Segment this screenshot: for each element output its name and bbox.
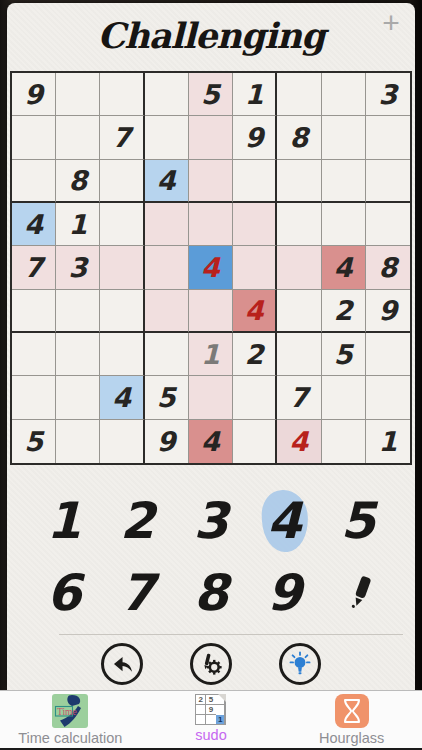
cell-digit: 7	[290, 382, 309, 413]
cell-r6c7[interactable]	[277, 290, 321, 333]
undo-arrow-icon	[109, 651, 135, 677]
cell-r8c7[interactable]: 7	[277, 376, 321, 419]
cell-r9c5[interactable]: 4	[189, 420, 233, 463]
cell-digit: 7	[112, 122, 131, 153]
cell-r5c3[interactable]	[100, 246, 144, 289]
cell-r4c7[interactable]	[277, 203, 321, 246]
sudo-icon-cell	[216, 705, 226, 715]
toolbar	[7, 643, 415, 687]
cell-r2c1[interactable]	[12, 116, 56, 159]
cell-r3c5[interactable]	[189, 160, 233, 203]
cell-r5c7[interactable]	[277, 246, 321, 289]
cell-digit: 5	[201, 79, 220, 110]
cell-r7c8[interactable]: 5	[322, 333, 366, 376]
cell-r9c4[interactable]: 9	[145, 420, 189, 463]
pad-digit-label: 8	[194, 564, 229, 622]
cell-r8c1[interactable]	[12, 376, 56, 419]
cell-r8c4[interactable]: 5	[145, 376, 189, 419]
cell-r3c6[interactable]	[233, 160, 277, 203]
cell-r3c3[interactable]	[100, 160, 144, 203]
number-pad-row-2: 6789	[35, 559, 387, 627]
pad-digit-label: 9	[267, 564, 302, 622]
cell-r3c1[interactable]	[12, 160, 56, 203]
auto-pencil-button[interactable]	[190, 643, 232, 685]
cell-r9c6[interactable]	[233, 420, 277, 463]
cell-r6c5[interactable]	[189, 290, 233, 333]
cell-r2c7[interactable]: 8	[277, 116, 321, 159]
cell-digit: 2	[245, 339, 264, 370]
pad-digit-9[interactable]: 9	[256, 559, 314, 627]
cell-r7c2[interactable]	[56, 333, 100, 376]
pad-digit-label: 3	[194, 492, 229, 550]
number-pad-row-1: 12345	[35, 487, 387, 555]
cell-digit: 5	[24, 426, 43, 457]
pen-icon	[341, 573, 375, 613]
pad-digit-label: 2	[120, 492, 155, 550]
sudo-icon-cell: 5	[206, 695, 216, 705]
undo-button[interactable]	[101, 643, 143, 685]
cell-r9c9[interactable]: 1	[366, 420, 410, 463]
cell-r7c7[interactable]	[277, 333, 321, 376]
cell-r6c9[interactable]: 9	[366, 290, 410, 333]
pad-digit-7[interactable]: 7	[109, 559, 167, 627]
cell-digit: 8	[68, 165, 87, 196]
cell-r7c9[interactable]	[366, 333, 410, 376]
cell-r7c3[interactable]	[100, 333, 144, 376]
pad-divider	[59, 634, 403, 635]
cell-r2c9[interactable]	[366, 116, 410, 159]
cell-r1c5[interactable]: 5	[189, 73, 233, 116]
sudo-icon-cell	[196, 705, 206, 715]
cell-digit: 9	[24, 79, 43, 110]
cell-r5c4[interactable]	[145, 246, 189, 289]
tab-hourglass[interactable]: Hourglass	[282, 691, 422, 746]
time-calculation-icon: Time	[52, 694, 88, 728]
cell-r5c6[interactable]	[233, 246, 277, 289]
sudo-grid-icon: 2591	[195, 694, 226, 725]
cell-r7c1[interactable]	[12, 333, 56, 376]
cell-r5c2[interactable]: 3	[56, 246, 100, 289]
pad-digit-1[interactable]: 1	[35, 487, 93, 555]
cell-digit: 4	[334, 252, 353, 283]
cell-r7c4[interactable]	[145, 333, 189, 376]
cell-digit: 1	[201, 339, 220, 370]
cell-r4c1[interactable]: 4	[12, 203, 56, 246]
cell-digit: 4	[201, 252, 220, 283]
cell-r6c4[interactable]	[145, 290, 189, 333]
hourglass-icon	[335, 694, 369, 728]
cell-r5c1[interactable]: 7	[12, 246, 56, 289]
cell-r2c6[interactable]: 9	[233, 116, 277, 159]
cell-r4c8[interactable]	[322, 203, 366, 246]
tab-bar: Time Time calculation 2591 sudo Hourglas…	[0, 690, 422, 750]
cell-r4c2[interactable]: 1	[56, 203, 100, 246]
cell-digit: 5	[157, 382, 176, 413]
cell-r8c2[interactable]	[56, 376, 100, 419]
cell-digit: 4	[112, 382, 131, 413]
cell-digit: 3	[378, 79, 397, 110]
lightbulb-icon	[287, 651, 313, 677]
cell-r2c8[interactable]	[322, 116, 366, 159]
sudo-icon-cell: 1	[216, 715, 226, 724]
cell-r4c3[interactable]	[100, 203, 144, 246]
pad-digit-4[interactable]: 4	[256, 487, 314, 555]
cell-r8c9[interactable]	[366, 376, 410, 419]
tab-time-calculation[interactable]: Time Time calculation	[0, 691, 140, 746]
cell-r8c5[interactable]	[189, 376, 233, 419]
cell-r5c5[interactable]: 4	[189, 246, 233, 289]
pad-digit-label: 7	[120, 564, 155, 622]
cell-r7c5[interactable]: 1	[189, 333, 233, 376]
sudoku-grid: 951379884417344842912545759441	[10, 71, 412, 465]
cell-digit: 1	[378, 426, 397, 457]
tab-label: Hourglass	[319, 730, 384, 746]
cell-digit: 4	[24, 209, 43, 240]
cell-digit: 5	[334, 339, 353, 370]
tab-label: Time calculation	[18, 730, 122, 746]
tab-sudo[interactable]: 2591 sudo	[141, 691, 281, 743]
cell-r2c2[interactable]	[56, 116, 100, 159]
cell-digit: 4	[290, 426, 309, 457]
cell-r4c5[interactable]	[189, 203, 233, 246]
cell-digit: 9	[245, 122, 264, 153]
cell-r6c8[interactable]: 2	[322, 290, 366, 333]
cell-r1c4[interactable]	[145, 73, 189, 116]
cell-digit: 9	[157, 426, 176, 457]
cell-r8c6[interactable]	[233, 376, 277, 419]
cell-digit: 9	[378, 295, 397, 326]
cell-r8c8[interactable]	[322, 376, 366, 419]
sudo-icon-cell: 9	[206, 705, 216, 715]
cell-digit: 8	[290, 122, 309, 153]
page-title: Challenging	[7, 15, 415, 56]
cell-digit: 4	[201, 426, 220, 457]
hint-button[interactable]	[279, 643, 321, 685]
cell-r4c6[interactable]	[233, 203, 277, 246]
pad-digit-5[interactable]: 5	[329, 487, 387, 555]
pad-digit-8[interactable]: 8	[182, 559, 240, 627]
cell-digit: 7	[24, 252, 43, 283]
pad-digit-6[interactable]: 6	[35, 559, 93, 627]
cell-r1c2[interactable]	[56, 73, 100, 116]
page-fold-corner	[218, 694, 226, 702]
cell-r6c2[interactable]	[56, 290, 100, 333]
cell-r9c7[interactable]: 4	[277, 420, 321, 463]
cell-r9c3[interactable]	[100, 420, 144, 463]
cell-r9c8[interactable]	[322, 420, 366, 463]
paper-page: + Challenging 95137988441734484291254575…	[7, 3, 415, 690]
cell-r3c7[interactable]	[277, 160, 321, 203]
cell-r1c8[interactable]	[322, 73, 366, 116]
pad-digit-label: 5	[341, 492, 376, 550]
sudo-icon-cell	[196, 715, 206, 724]
svg-text:Time: Time	[57, 707, 77, 717]
cell-r2c5[interactable]	[189, 116, 233, 159]
cell-r5c8[interactable]: 4	[322, 246, 366, 289]
cell-digit: 1	[68, 209, 87, 240]
tab-label: sudo	[195, 727, 226, 743]
cell-r8c3[interactable]: 4	[100, 376, 144, 419]
cell-digit: 2	[334, 295, 353, 326]
cell-r3c9[interactable]	[366, 160, 410, 203]
sudo-icon-cell: 2	[196, 695, 206, 705]
cell-r1c7[interactable]	[277, 73, 321, 116]
cell-r3c8[interactable]	[322, 160, 366, 203]
cell-r1c3[interactable]	[100, 73, 144, 116]
pad-digit-label: 6	[47, 564, 82, 622]
cell-r2c3[interactable]: 7	[100, 116, 144, 159]
cell-r3c4[interactable]: 4	[145, 160, 189, 203]
cell-r6c3[interactable]	[100, 290, 144, 333]
cell-r2c4[interactable]	[145, 116, 189, 159]
cell-r7c6[interactable]: 2	[233, 333, 277, 376]
pad-digit-3[interactable]: 3	[182, 487, 240, 555]
pencil-mode-button[interactable]	[329, 559, 387, 627]
cell-r4c9[interactable]	[366, 203, 410, 246]
cell-r3c2[interactable]: 8	[56, 160, 100, 203]
cell-digit: 3	[68, 252, 87, 283]
pad-digit-label: 4	[267, 492, 302, 550]
cell-digit: 8	[378, 252, 397, 283]
cell-r9c2[interactable]	[56, 420, 100, 463]
pad-digit-label: 1	[47, 492, 82, 550]
cell-r6c6[interactable]: 4	[233, 290, 277, 333]
cell-digit: 4	[245, 295, 264, 326]
cell-r5c9[interactable]: 8	[366, 246, 410, 289]
pad-digit-2[interactable]: 2	[109, 487, 167, 555]
cell-digit: 1	[245, 79, 264, 110]
cell-r1c1[interactable]: 9	[12, 73, 56, 116]
sudo-icon-cell	[206, 715, 216, 724]
cell-digit: 4	[157, 165, 176, 196]
cell-r1c9[interactable]: 3	[366, 73, 410, 116]
cell-r6c1[interactable]	[12, 290, 56, 333]
cell-r9c1[interactable]: 5	[12, 420, 56, 463]
cell-r4c4[interactable]	[145, 203, 189, 246]
pencil-gear-icon	[198, 651, 224, 677]
cell-r1c6[interactable]: 1	[233, 73, 277, 116]
